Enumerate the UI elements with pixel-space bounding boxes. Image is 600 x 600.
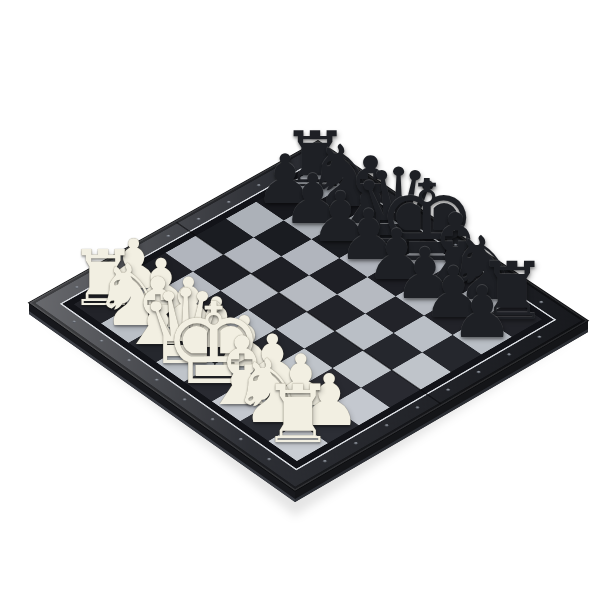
piece-black-pawn[interactable]: ♟ (450, 277, 514, 348)
rivet (226, 200, 231, 203)
rivet (384, 424, 389, 427)
rivet (446, 388, 451, 391)
rivet (476, 370, 481, 373)
piece-white-rook[interactable]: ♜ (262, 375, 334, 455)
rivet (166, 234, 171, 237)
product-photo-scene: Folding magnetic chess set on a white ba… (0, 0, 600, 600)
rivet (196, 217, 201, 220)
rivet (415, 406, 420, 409)
